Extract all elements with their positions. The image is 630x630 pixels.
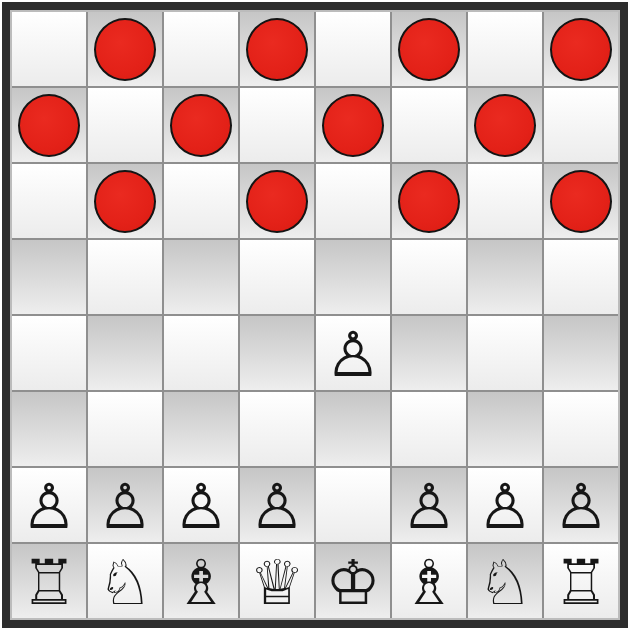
square-f6[interactable] (392, 164, 466, 238)
white-pawn[interactable]: ♙ (21, 476, 77, 538)
square-a7[interactable] (12, 88, 86, 162)
white-king[interactable]: ♔ (325, 552, 381, 614)
square-g7[interactable] (468, 88, 542, 162)
white-queen[interactable]: ♕ (249, 552, 305, 614)
square-f4[interactable] (392, 316, 466, 390)
white-knight[interactable]: ♘ (97, 552, 153, 614)
red-checker[interactable] (398, 18, 460, 81)
square-f2[interactable]: ♙ (392, 468, 466, 542)
square-f1[interactable]: ♗ (392, 544, 466, 618)
square-b5[interactable] (88, 240, 162, 314)
square-a5[interactable] (12, 240, 86, 314)
square-g1[interactable]: ♘ (468, 544, 542, 618)
square-h4[interactable] (544, 316, 618, 390)
square-h8[interactable] (544, 12, 618, 86)
square-e7[interactable] (316, 88, 390, 162)
square-c7[interactable] (164, 88, 238, 162)
white-knight[interactable]: ♘ (477, 552, 533, 614)
square-b6[interactable] (88, 164, 162, 238)
white-bishop[interactable]: ♗ (173, 552, 229, 614)
square-g6[interactable] (468, 164, 542, 238)
square-e3[interactable] (316, 392, 390, 466)
square-e4[interactable]: ♙ (316, 316, 390, 390)
square-b3[interactable] (88, 392, 162, 466)
white-rook[interactable]: ♖ (553, 552, 609, 614)
square-f5[interactable] (392, 240, 466, 314)
square-f7[interactable] (392, 88, 466, 162)
square-h6[interactable] (544, 164, 618, 238)
square-d1[interactable]: ♕ (240, 544, 314, 618)
square-b4[interactable] (88, 316, 162, 390)
square-b7[interactable] (88, 88, 162, 162)
square-d6[interactable] (240, 164, 314, 238)
red-checker[interactable] (474, 94, 536, 157)
board: ♙♙♙♙♙♙♙♙♖♘♗♕♔♗♘♖ (10, 10, 620, 620)
red-checker[interactable] (94, 18, 156, 81)
red-checker[interactable] (94, 170, 156, 233)
square-c8[interactable] (164, 12, 238, 86)
square-a2[interactable]: ♙ (12, 468, 86, 542)
board-frame: ♙♙♙♙♙♙♙♙♖♘♗♕♔♗♘♖ (2, 2, 628, 628)
white-pawn[interactable]: ♙ (325, 324, 381, 386)
square-a8[interactable] (12, 12, 86, 86)
square-e6[interactable] (316, 164, 390, 238)
square-d5[interactable] (240, 240, 314, 314)
square-g3[interactable] (468, 392, 542, 466)
square-a4[interactable] (12, 316, 86, 390)
square-h3[interactable] (544, 392, 618, 466)
square-c4[interactable] (164, 316, 238, 390)
square-h1[interactable]: ♖ (544, 544, 618, 618)
red-checker[interactable] (322, 94, 384, 157)
white-pawn[interactable]: ♙ (249, 476, 305, 538)
square-b8[interactable] (88, 12, 162, 86)
square-c3[interactable] (164, 392, 238, 466)
square-g2[interactable]: ♙ (468, 468, 542, 542)
white-pawn[interactable]: ♙ (477, 476, 533, 538)
white-pawn[interactable]: ♙ (401, 476, 457, 538)
square-a3[interactable] (12, 392, 86, 466)
square-d8[interactable] (240, 12, 314, 86)
red-checker[interactable] (398, 170, 460, 233)
square-f8[interactable] (392, 12, 466, 86)
white-bishop[interactable]: ♗ (401, 552, 457, 614)
square-d2[interactable]: ♙ (240, 468, 314, 542)
square-c2[interactable]: ♙ (164, 468, 238, 542)
square-a1[interactable]: ♖ (12, 544, 86, 618)
square-e5[interactable] (316, 240, 390, 314)
square-f3[interactable] (392, 392, 466, 466)
red-checker[interactable] (170, 94, 232, 157)
red-checker[interactable] (550, 170, 612, 233)
square-h5[interactable] (544, 240, 618, 314)
red-checker[interactable] (550, 18, 612, 81)
square-g4[interactable] (468, 316, 542, 390)
square-b1[interactable]: ♘ (88, 544, 162, 618)
white-pawn[interactable]: ♙ (173, 476, 229, 538)
white-pawn[interactable]: ♙ (553, 476, 609, 538)
square-a6[interactable] (12, 164, 86, 238)
red-checker[interactable] (18, 94, 80, 157)
square-e8[interactable] (316, 12, 390, 86)
square-h7[interactable] (544, 88, 618, 162)
square-d7[interactable] (240, 88, 314, 162)
square-e2[interactable] (316, 468, 390, 542)
square-e1[interactable]: ♔ (316, 544, 390, 618)
square-b2[interactable]: ♙ (88, 468, 162, 542)
white-pawn[interactable]: ♙ (97, 476, 153, 538)
red-checker[interactable] (246, 170, 308, 233)
square-d4[interactable] (240, 316, 314, 390)
square-g8[interactable] (468, 12, 542, 86)
red-checker[interactable] (246, 18, 308, 81)
square-d3[interactable] (240, 392, 314, 466)
white-rook[interactable]: ♖ (21, 552, 77, 614)
square-c1[interactable]: ♗ (164, 544, 238, 618)
square-h2[interactable]: ♙ (544, 468, 618, 542)
square-g5[interactable] (468, 240, 542, 314)
square-c5[interactable] (164, 240, 238, 314)
square-c6[interactable] (164, 164, 238, 238)
